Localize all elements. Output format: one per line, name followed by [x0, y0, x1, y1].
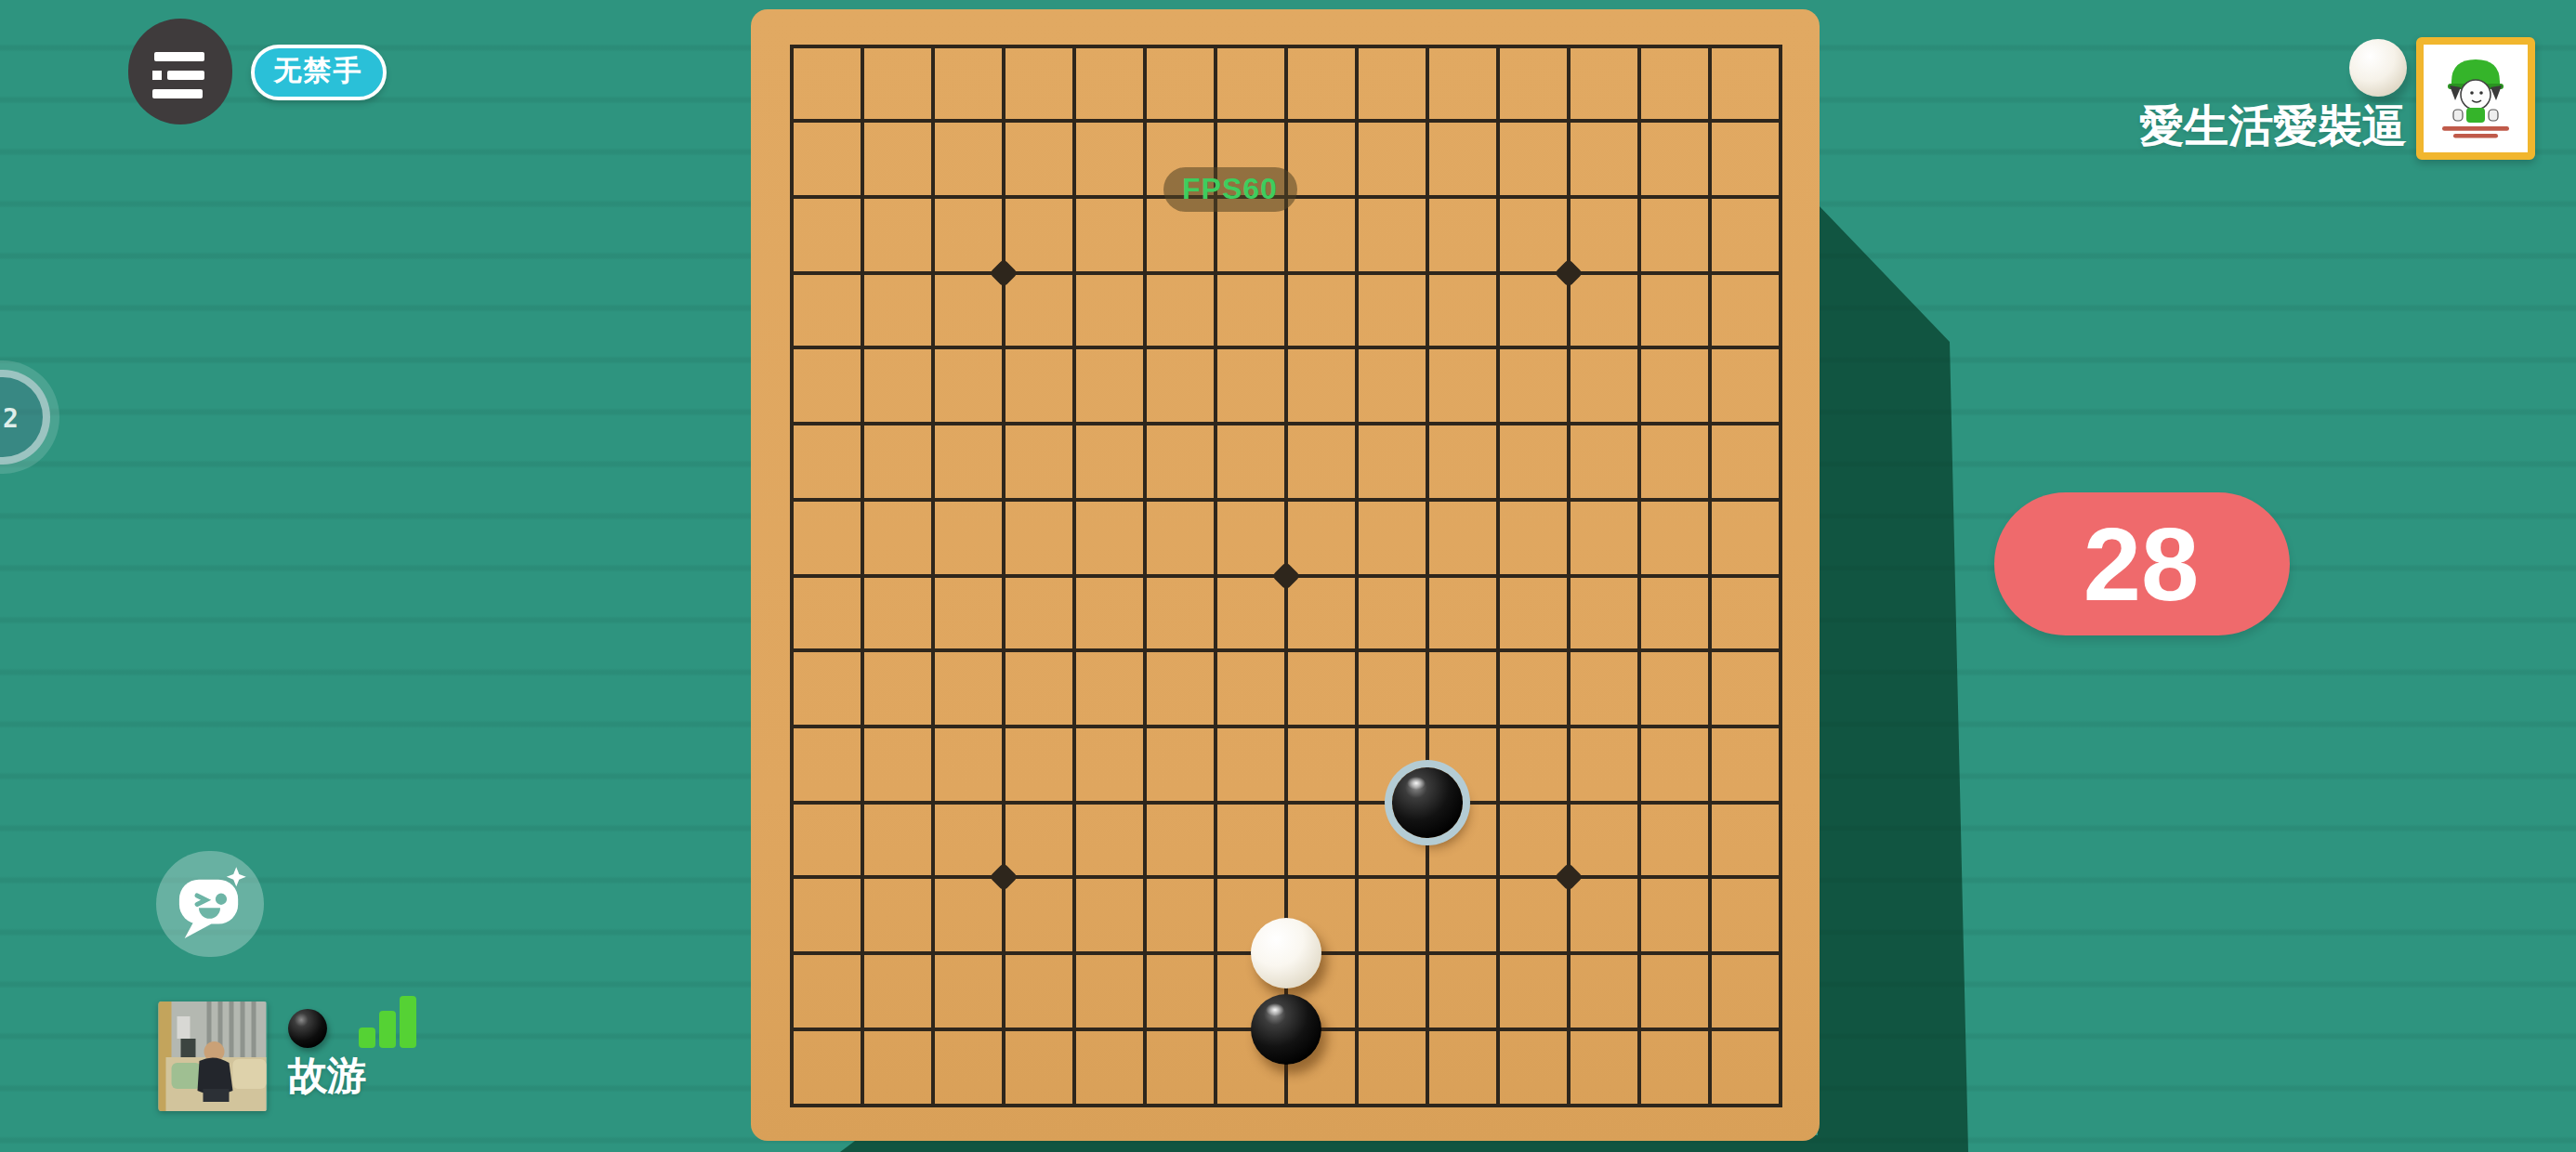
grid-line-vertical — [1637, 44, 1641, 1106]
side-timer-value: 22 — [0, 360, 59, 474]
side-timer-widget[interactable]: 22 — [0, 360, 59, 474]
white-stone[interactable] — [1251, 918, 1321, 988]
grid-line-vertical — [1567, 44, 1571, 1106]
grid-line-horizontal — [790, 876, 1782, 880]
gomoku-board[interactable]: FPS60 — [751, 8, 1819, 1140]
star-point — [989, 258, 1018, 287]
star-point — [989, 863, 1018, 892]
player-avatar-image — [158, 1001, 267, 1110]
grid-line-horizontal — [790, 648, 1782, 652]
menu-button[interactable] — [127, 19, 232, 124]
grid-line-vertical — [1779, 44, 1782, 1106]
star-point — [1554, 863, 1583, 892]
player-name: 故游 — [288, 1050, 366, 1102]
rule-badge: 无禁手 — [251, 45, 386, 99]
black-stone[interactable] — [1251, 994, 1321, 1065]
player-avatar[interactable] — [158, 1001, 267, 1110]
grid-line-vertical — [1355, 44, 1359, 1106]
signal-strength-icon — [358, 996, 414, 1047]
star-point — [1271, 560, 1300, 589]
white-stone-indicator — [2348, 39, 2406, 97]
opponent-avatar-image — [2424, 45, 2528, 152]
move-countdown-timer: 28 — [1993, 492, 2289, 635]
chat-button[interactable] — [156, 850, 263, 957]
grid-line-vertical — [1496, 44, 1500, 1106]
grid-line-horizontal — [790, 1103, 1782, 1106]
opponent-avatar[interactable] — [2416, 37, 2535, 160]
grid-line-vertical — [1426, 44, 1429, 1106]
fps-indicator: FPS60 — [1163, 167, 1296, 211]
grid-line-vertical — [1708, 44, 1712, 1106]
grid-line-horizontal — [790, 800, 1782, 804]
fps-label: FPS60 — [1182, 173, 1278, 206]
game-screen: FPS60 无禁手 22 28 愛生活愛裝逼 — [0, 0, 2576, 1152]
black-stone-indicator — [287, 1008, 326, 1047]
chat-bubble-icon — [156, 850, 263, 957]
grid-line-horizontal — [790, 725, 1782, 728]
star-point — [1554, 258, 1583, 287]
opponent-name: 愛生活愛裝逼 — [2139, 97, 2407, 156]
black-stone-last-move[interactable] — [1392, 766, 1463, 837]
menu-icon — [153, 52, 204, 61]
